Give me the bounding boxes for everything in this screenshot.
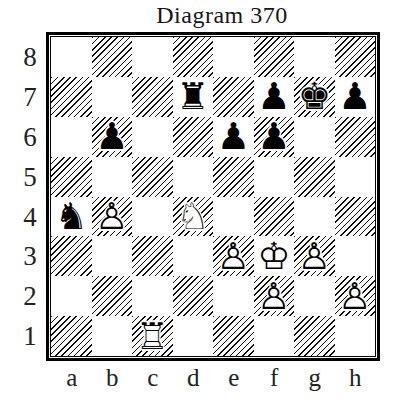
square-e4: [213, 197, 254, 237]
file-labels: abcdefgh: [52, 361, 376, 395]
square-f6: ♟: [254, 117, 295, 157]
square-e5: [213, 157, 254, 197]
square-g2: [294, 276, 335, 316]
rank-label-4: 4: [16, 197, 44, 237]
piece-white-pawn-h2: ♟♙: [335, 276, 376, 316]
square-f8: [254, 37, 295, 77]
square-b3: [92, 236, 133, 276]
square-c3: [132, 236, 173, 276]
square-e8: [213, 37, 254, 77]
square-h5: [335, 157, 376, 197]
file-label-g: g: [295, 361, 336, 395]
rank-label-3: 3: [16, 236, 44, 276]
square-a8: [51, 37, 92, 77]
square-f7: ♟: [254, 77, 295, 117]
square-g3: ♟♙: [294, 236, 335, 276]
square-a2: [51, 276, 92, 316]
file-label-d: d: [173, 361, 214, 395]
rank-labels: 87654321: [16, 37, 44, 356]
rank-label-5: 5: [16, 157, 44, 197]
square-a3: [51, 236, 92, 276]
square-e6: ♟: [213, 117, 254, 157]
square-d6: [173, 117, 214, 157]
diagram-title: Diagram 370: [44, 0, 400, 30]
square-g8: [294, 37, 335, 77]
square-g7: ♚: [294, 77, 335, 117]
piece-white-king-f3: ♚♔: [254, 236, 295, 276]
square-g4: [294, 197, 335, 237]
piece-white-pawn-f2: ♟♙: [254, 276, 295, 316]
square-f5: [254, 157, 295, 197]
piece-black-knight-a4: ♞: [51, 197, 92, 237]
square-h3: [335, 236, 376, 276]
square-c8: [132, 37, 173, 77]
square-d2: [173, 276, 214, 316]
square-e3: ♟♙: [213, 236, 254, 276]
piece-white-knight-d4: ♞♘: [173, 197, 214, 237]
file-label-c: c: [133, 361, 174, 395]
square-b8: [92, 37, 133, 77]
piece-white-pawn-e3: ♟♙: [213, 236, 254, 276]
square-c1: ♜♖: [132, 316, 173, 356]
square-c4: [132, 197, 173, 237]
piece-black-pawn-f7: ♟: [254, 77, 295, 117]
square-b5: [92, 157, 133, 197]
square-a4: ♞: [51, 197, 92, 237]
square-d3: [173, 236, 214, 276]
square-g1: [294, 316, 335, 356]
file-label-h: h: [335, 361, 376, 395]
piece-black-pawn-f6: ♟: [254, 117, 295, 157]
file-label-f: f: [254, 361, 295, 395]
square-f1: [254, 316, 295, 356]
piece-white-rook-c1: ♜♖: [132, 316, 173, 356]
square-c6: [132, 117, 173, 157]
rank-label-8: 8: [16, 37, 44, 77]
square-f2: ♟♙: [254, 276, 295, 316]
square-h4: [335, 197, 376, 237]
square-a1: [51, 316, 92, 356]
square-d7: ♜: [173, 77, 214, 117]
rank-label-2: 2: [16, 276, 44, 316]
board-frame: ♜♟♚♟♟♟♟♞♟♙♞♘♟♙♚♔♟♙♟♙♟♙♜♖: [46, 32, 380, 361]
square-b1: [92, 316, 133, 356]
square-h2: ♟♙: [335, 276, 376, 316]
square-d8: [173, 37, 214, 77]
file-label-e: e: [214, 361, 255, 395]
chess-board: ♜♟♚♟♟♟♟♞♟♙♞♘♟♙♚♔♟♙♟♙♟♙♜♖: [50, 36, 376, 357]
piece-white-pawn-g3: ♟♙: [294, 236, 335, 276]
file-label-b: b: [92, 361, 133, 395]
rank-label-7: 7: [16, 77, 44, 117]
square-h8: [335, 37, 376, 77]
piece-black-rook-d7: ♜: [173, 77, 214, 117]
square-e7: [213, 77, 254, 117]
square-b2: [92, 276, 133, 316]
square-a6: [51, 117, 92, 157]
piece-black-pawn-h7: ♟: [335, 77, 376, 117]
square-h7: ♟: [335, 77, 376, 117]
square-b7: [92, 77, 133, 117]
piece-black-pawn-e6: ♟: [213, 117, 254, 157]
piece-white-pawn-b4: ♟♙: [92, 197, 133, 237]
square-f3: ♚♔: [254, 236, 295, 276]
rank-label-1: 1: [16, 316, 44, 356]
square-e2: [213, 276, 254, 316]
square-b6: ♟: [92, 117, 133, 157]
square-d1: [173, 316, 214, 356]
square-g6: [294, 117, 335, 157]
piece-black-king-g7: ♚: [294, 77, 335, 117]
square-c7: [132, 77, 173, 117]
square-c5: [132, 157, 173, 197]
square-e1: [213, 316, 254, 356]
piece-black-pawn-b6: ♟: [92, 117, 133, 157]
square-a7: [51, 77, 92, 117]
square-b4: ♟♙: [92, 197, 133, 237]
square-c2: [132, 276, 173, 316]
square-d5: [173, 157, 214, 197]
square-f4: [254, 197, 295, 237]
square-h1: [335, 316, 376, 356]
rank-label-6: 6: [16, 117, 44, 157]
file-label-a: a: [52, 361, 93, 395]
square-d4: ♞♘: [173, 197, 214, 237]
square-h6: [335, 117, 376, 157]
square-a5: [51, 157, 92, 197]
square-g5: [294, 157, 335, 197]
